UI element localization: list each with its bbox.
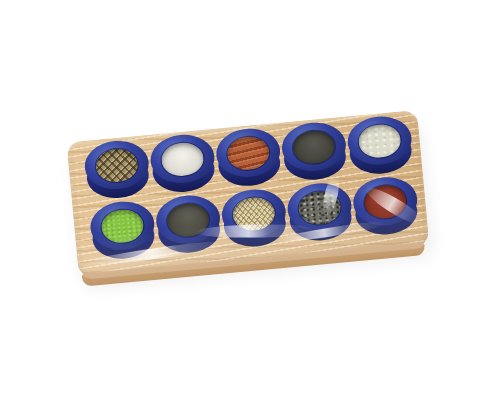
texture-cup-brick-red-sandpaper[interactable] [351,174,420,238]
texture-cup-white-silk[interactable] [148,132,217,196]
cups-grid [83,114,423,266]
texture-cup-dark-gray-smooth[interactable] [154,193,223,257]
texture-cup-green-felt[interactable] [88,199,157,263]
wooden-tray [66,110,429,278]
texture-cup-charcoal-smooth[interactable] [280,120,349,184]
texture-cup-orange-corrugated[interactable] [214,126,283,190]
texture-cup-cream-bumpy[interactable] [346,114,415,178]
texture-cup-tan-woven-mesh[interactable] [220,187,289,251]
texture-cup-gray-gravel-speckle[interactable] [285,181,354,245]
product-photo-scene [0,0,500,400]
texture-cup-burlap-mesh[interactable] [83,138,152,202]
